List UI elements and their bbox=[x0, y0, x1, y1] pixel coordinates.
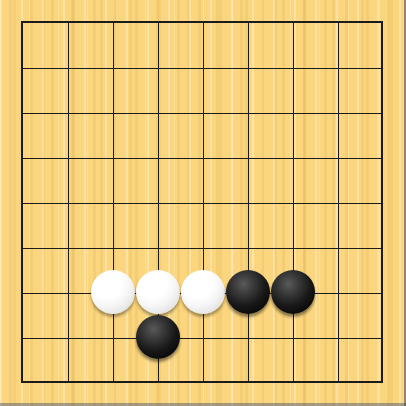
stone-black-G3 bbox=[271, 270, 315, 314]
grid-line-vertical bbox=[338, 22, 339, 383]
stone-black-D2 bbox=[136, 315, 180, 359]
grid-line-horizontal bbox=[22, 203, 383, 204]
grid-line-vertical bbox=[293, 22, 294, 383]
stone-white-D3 bbox=[136, 270, 180, 314]
stone-black-F3 bbox=[226, 270, 270, 314]
stone-white-C3 bbox=[91, 270, 135, 314]
grid-line-vertical bbox=[248, 22, 249, 383]
stone-white-E3 bbox=[181, 270, 225, 314]
grid-line-horizontal bbox=[22, 248, 383, 249]
go-board[interactable] bbox=[0, 0, 406, 406]
grid-line-horizontal bbox=[22, 338, 383, 339]
